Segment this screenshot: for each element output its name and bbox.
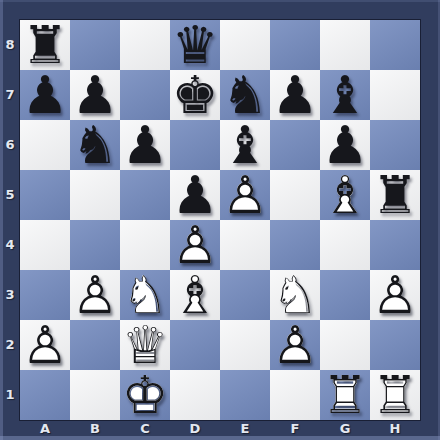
square-c5[interactable] (120, 170, 170, 220)
black-bishop-icon: ♝ (220, 120, 270, 170)
white-pawn-outline-icon: ♙ (70, 270, 120, 320)
black-pawn-icon: ♟ (170, 170, 220, 220)
square-d6[interactable] (170, 120, 220, 170)
file-label-f: F (270, 420, 320, 437)
white-pawn-outline-icon: ♙ (170, 220, 220, 270)
square-a7[interactable]: ♟ (20, 70, 70, 120)
square-g1[interactable]: ♜♖ (320, 370, 370, 420)
piece-black-king: ♚ (170, 70, 220, 120)
white-bishop-outline-icon: ♗ (320, 170, 370, 220)
piece-black-knight: ♞ (70, 120, 120, 170)
white-pawn-icon: ♟ (220, 170, 270, 220)
file-label-b: B (70, 420, 120, 437)
black-pawn-icon: ♟ (70, 70, 120, 120)
piece-white-bishop: ♝♗ (320, 170, 370, 220)
square-d8[interactable]: ♛ (170, 20, 220, 70)
black-pawn-icon: ♟ (270, 70, 320, 120)
square-b4[interactable] (70, 220, 120, 270)
piece-black-rook: ♜ (370, 170, 420, 220)
piece-white-pawn: ♟♙ (20, 320, 70, 370)
white-bishop-icon: ♝ (320, 170, 370, 220)
white-pawn-icon: ♟ (370, 270, 420, 320)
black-knight-icon: ♞ (220, 70, 270, 120)
square-d3[interactable]: ♝♗ (170, 270, 220, 320)
rank-label-5: 5 (0, 170, 20, 220)
black-queen-icon: ♛ (170, 20, 220, 70)
square-h4[interactable] (370, 220, 420, 270)
white-bishop-icon: ♝ (170, 270, 220, 320)
square-g6[interactable]: ♟ (320, 120, 370, 170)
square-h3[interactable]: ♟♙ (370, 270, 420, 320)
square-e2[interactable] (220, 320, 270, 370)
square-f7[interactable]: ♟ (270, 70, 320, 120)
white-pawn-outline-icon: ♙ (270, 320, 320, 370)
square-a5[interactable] (20, 170, 70, 220)
rank-label-1: 1 (0, 370, 20, 420)
piece-black-pawn: ♟ (20, 70, 70, 120)
piece-black-bishop: ♝ (320, 70, 370, 120)
square-a3[interactable] (20, 270, 70, 320)
white-queen-icon: ♛ (120, 320, 170, 370)
square-c1[interactable]: ♚♔ (120, 370, 170, 420)
square-g5[interactable]: ♝♗ (320, 170, 370, 220)
white-rook-outline-icon: ♖ (320, 370, 370, 420)
white-knight-icon: ♞ (120, 270, 170, 320)
square-b2[interactable] (70, 320, 120, 370)
square-d5[interactable]: ♟ (170, 170, 220, 220)
piece-white-pawn: ♟♙ (220, 170, 270, 220)
square-e3[interactable] (220, 270, 270, 320)
square-h5[interactable]: ♜ (370, 170, 420, 220)
square-a8[interactable]: ♜ (20, 20, 70, 70)
square-g2[interactable] (320, 320, 370, 370)
file-label-d: D (170, 420, 220, 437)
white-rook-outline-icon: ♖ (370, 370, 420, 420)
black-pawn-icon: ♟ (120, 120, 170, 170)
piece-white-knight: ♞♘ (270, 270, 320, 320)
black-rook-icon: ♜ (20, 20, 70, 70)
square-f5[interactable] (270, 170, 320, 220)
square-e7[interactable]: ♞ (220, 70, 270, 120)
square-e4[interactable] (220, 220, 270, 270)
square-g3[interactable] (320, 270, 370, 320)
square-h2[interactable] (370, 320, 420, 370)
rank-label-2: 2 (0, 320, 20, 370)
white-pawn-icon: ♟ (270, 320, 320, 370)
square-h1[interactable]: ♜♖ (370, 370, 420, 420)
piece-white-knight: ♞♘ (120, 270, 170, 320)
piece-white-king: ♚♔ (120, 370, 170, 420)
square-f2[interactable]: ♟♙ (270, 320, 320, 370)
white-knight-outline-icon: ♘ (120, 270, 170, 320)
file-label-c: C (120, 420, 170, 437)
square-f8[interactable] (270, 20, 320, 70)
square-e5[interactable]: ♟♙ (220, 170, 270, 220)
square-d4[interactable]: ♟♙ (170, 220, 220, 270)
square-b5[interactable] (70, 170, 120, 220)
square-d7[interactable]: ♚ (170, 70, 220, 120)
white-rook-icon: ♜ (370, 370, 420, 420)
white-pawn-icon: ♟ (20, 320, 70, 370)
piece-white-rook: ♜♖ (320, 370, 370, 420)
file-label-g: G (320, 420, 370, 437)
square-c6[interactable]: ♟ (120, 120, 170, 170)
square-c4[interactable] (120, 220, 170, 270)
piece-black-pawn: ♟ (170, 170, 220, 220)
piece-white-pawn: ♟♙ (170, 220, 220, 270)
piece-white-pawn: ♟♙ (370, 270, 420, 320)
piece-white-rook: ♜♖ (370, 370, 420, 420)
chess-board: ♜♛♟♟♚♞♟♝♞♟♝♟♟♟♙♝♗♜♟♙♟♙♞♘♝♗♞♘♟♙♟♙♛♕♟♙♚♔♜♖… (20, 20, 420, 420)
square-c7[interactable] (120, 70, 170, 120)
piece-black-pawn: ♟ (70, 70, 120, 120)
piece-white-pawn: ♟♙ (270, 320, 320, 370)
piece-black-bishop: ♝ (220, 120, 270, 170)
rank-label-7: 7 (0, 70, 20, 120)
square-e1[interactable] (220, 370, 270, 420)
piece-black-pawn: ♟ (270, 70, 320, 120)
black-rook-icon: ♜ (370, 170, 420, 220)
piece-black-pawn: ♟ (120, 120, 170, 170)
white-knight-icon: ♞ (270, 270, 320, 320)
rank-label-8: 8 (0, 20, 20, 70)
square-g7[interactable]: ♝ (320, 70, 370, 120)
square-e8[interactable] (220, 20, 270, 70)
square-b7[interactable]: ♟ (70, 70, 120, 120)
piece-black-queen: ♛ (170, 20, 220, 70)
rank-label-4: 4 (0, 220, 20, 270)
square-a2[interactable]: ♟♙ (20, 320, 70, 370)
square-g4[interactable] (320, 220, 370, 270)
white-king-outline-icon: ♔ (120, 370, 170, 420)
piece-black-knight: ♞ (220, 70, 270, 120)
white-queen-outline-icon: ♕ (120, 320, 170, 370)
rank-label-3: 3 (0, 270, 20, 320)
square-c8[interactable] (120, 20, 170, 70)
white-pawn-outline-icon: ♙ (220, 170, 270, 220)
square-b3[interactable]: ♟♙ (70, 270, 120, 320)
white-pawn-icon: ♟ (70, 270, 120, 320)
square-b1[interactable] (70, 370, 120, 420)
black-king-icon: ♚ (170, 70, 220, 120)
rank-label-6: 6 (0, 120, 20, 170)
file-label-h: H (370, 420, 420, 437)
piece-white-bishop: ♝♗ (170, 270, 220, 320)
square-h8[interactable] (370, 20, 420, 70)
white-pawn-outline-icon: ♙ (20, 320, 70, 370)
piece-black-pawn: ♟ (320, 120, 370, 170)
square-c3[interactable]: ♞♘ (120, 270, 170, 320)
square-a1[interactable] (20, 370, 70, 420)
black-bishop-icon: ♝ (320, 70, 370, 120)
file-label-e: E (220, 420, 270, 437)
square-b6[interactable]: ♞ (70, 120, 120, 170)
white-knight-outline-icon: ♘ (270, 270, 320, 320)
piece-white-queen: ♛♕ (120, 320, 170, 370)
square-g8[interactable] (320, 20, 370, 70)
square-f3[interactable]: ♞♘ (270, 270, 320, 320)
chess-board-frame: ♜♛♟♟♚♞♟♝♞♟♝♟♟♟♙♝♗♜♟♙♟♙♞♘♝♗♞♘♟♙♟♙♛♕♟♙♚♔♜♖… (0, 0, 440, 440)
black-pawn-icon: ♟ (320, 120, 370, 170)
square-c2[interactable]: ♛♕ (120, 320, 170, 370)
square-d2[interactable] (170, 320, 220, 370)
square-f6[interactable] (270, 120, 320, 170)
square-h7[interactable] (370, 70, 420, 120)
square-f4[interactable] (270, 220, 320, 270)
square-a6[interactable] (20, 120, 70, 170)
square-a4[interactable] (20, 220, 70, 270)
black-knight-icon: ♞ (70, 120, 120, 170)
square-f1[interactable] (270, 370, 320, 420)
white-pawn-outline-icon: ♙ (370, 270, 420, 320)
piece-white-pawn: ♟♙ (70, 270, 120, 320)
white-bishop-outline-icon: ♗ (170, 270, 220, 320)
square-b8[interactable] (70, 20, 120, 70)
square-d1[interactable] (170, 370, 220, 420)
square-e6[interactable]: ♝ (220, 120, 270, 170)
black-pawn-icon: ♟ (20, 70, 70, 120)
white-rook-icon: ♜ (320, 370, 370, 420)
file-label-a: A (20, 420, 70, 437)
white-pawn-icon: ♟ (170, 220, 220, 270)
piece-black-rook: ♜ (20, 20, 70, 70)
white-king-icon: ♚ (120, 370, 170, 420)
square-h6[interactable] (370, 120, 420, 170)
